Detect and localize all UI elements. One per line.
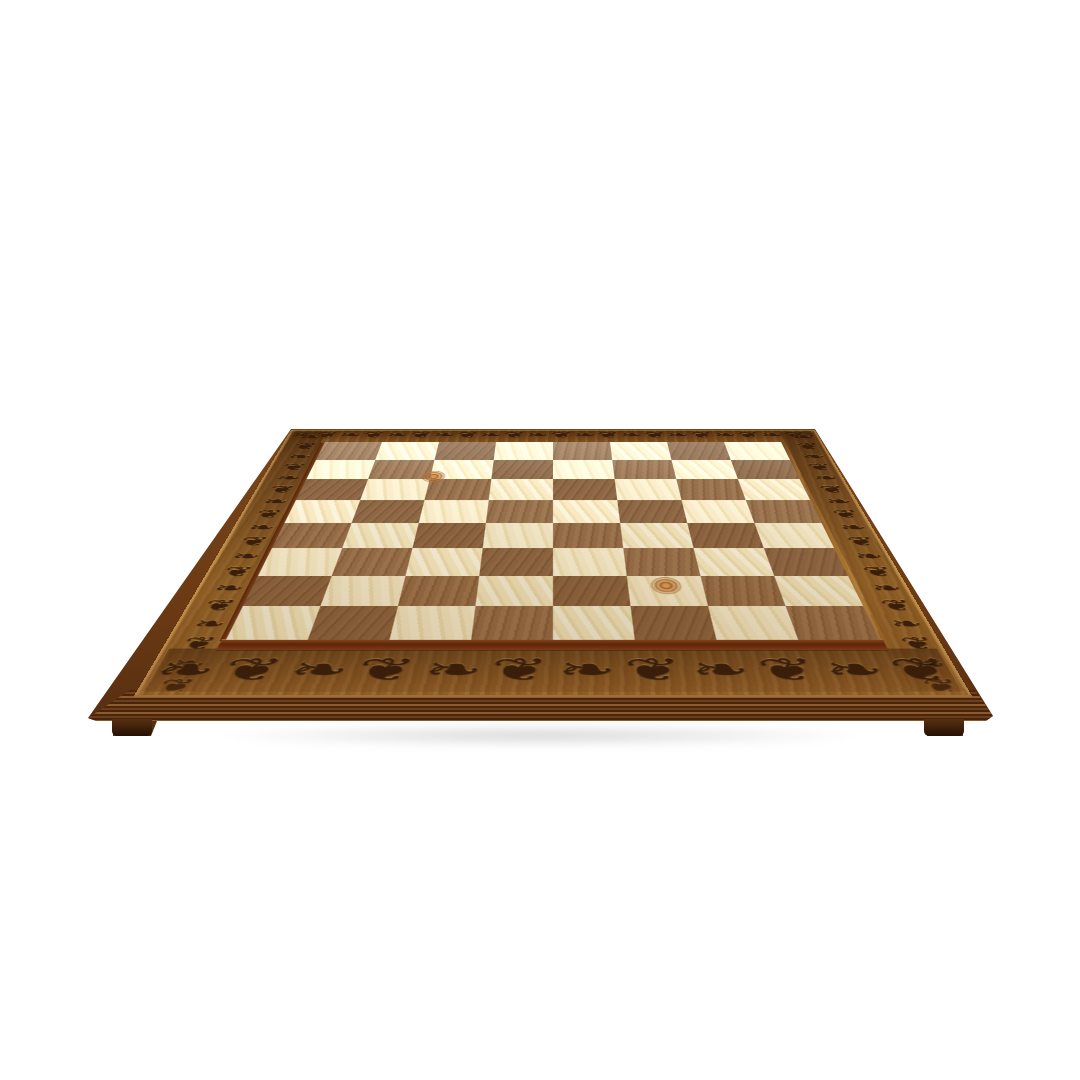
square <box>612 460 676 479</box>
square <box>296 479 368 500</box>
square <box>764 548 848 575</box>
square <box>368 460 435 479</box>
square <box>786 606 880 640</box>
square <box>308 606 398 640</box>
square <box>320 576 405 606</box>
board-plane: ❧❦❧❦❧❦❧❦❧❦❧❦❧❦❧❦❧❦❧❦❧❦❧❦❧❦❧❦❧❦❧❦❧❦❧❦❧❦❧❦… <box>226 442 880 640</box>
square <box>412 523 485 548</box>
square <box>243 576 332 606</box>
square <box>430 460 494 479</box>
square <box>272 523 352 548</box>
square <box>731 460 800 479</box>
square <box>667 442 731 460</box>
square <box>475 576 553 606</box>
chess-board <box>226 442 880 640</box>
square <box>754 523 834 548</box>
square <box>406 548 483 575</box>
square <box>471 606 553 640</box>
square <box>419 500 489 523</box>
square <box>708 606 798 640</box>
square <box>553 523 623 548</box>
square <box>682 500 755 523</box>
square <box>375 442 439 460</box>
square <box>774 576 863 606</box>
square <box>398 576 479 606</box>
perspective-scene: ❧❦❧❦❧❦❧❦❧❦❧❦❧❦❧❦❧❦❧❦❧❦❧❦❧❦❧❦❧❦❧❦❧❦❧❦❧❦❧❦… <box>0 0 1080 1080</box>
square <box>483 523 553 548</box>
square <box>489 479 553 500</box>
square <box>316 442 382 460</box>
square <box>694 548 775 575</box>
square <box>631 606 717 640</box>
square <box>352 500 425 523</box>
square <box>390 606 476 640</box>
panel-front-edge-strip <box>217 639 888 650</box>
square <box>360 479 430 500</box>
square <box>491 460 553 479</box>
square <box>284 500 360 523</box>
square <box>486 500 553 523</box>
square <box>258 548 342 575</box>
square <box>700 576 785 606</box>
square <box>610 442 671 460</box>
square <box>479 548 553 575</box>
chessboard-product-photo: ❧❦❧❦❧❦❧❦❧❦❧❦❧❦❧❦❧❦❧❦❧❦❧❦❧❦❧❦❧❦❧❦❧❦❧❦❧❦❧❦… <box>0 0 1080 1080</box>
square <box>671 460 738 479</box>
square <box>435 442 496 460</box>
square <box>746 500 822 523</box>
square <box>623 548 700 575</box>
square <box>553 576 631 606</box>
square <box>553 460 615 479</box>
square <box>342 523 419 548</box>
square <box>226 606 320 640</box>
square <box>620 523 693 548</box>
square <box>332 548 413 575</box>
square <box>553 606 635 640</box>
square <box>424 479 491 500</box>
square <box>687 523 764 548</box>
square <box>553 479 617 500</box>
square <box>615 479 682 500</box>
square <box>553 548 627 575</box>
square <box>724 442 790 460</box>
square <box>738 479 810 500</box>
square <box>306 460 375 479</box>
square <box>553 500 620 523</box>
square <box>617 500 687 523</box>
square <box>627 576 708 606</box>
square <box>553 442 612 460</box>
square <box>676 479 746 500</box>
square <box>494 442 553 460</box>
